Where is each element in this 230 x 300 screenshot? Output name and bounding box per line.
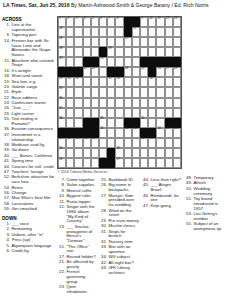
white-cell: 1 (58, 17, 66, 27)
clue-item: 59.Get smashed (2, 207, 55, 212)
white-cell (74, 87, 82, 97)
white-cell (83, 37, 91, 47)
white-cell: 32 (107, 77, 115, 87)
white-cell: 55 (115, 148, 123, 158)
white-cell (156, 138, 164, 148)
down-clue-column-1: 7.Come together8.Salon supplies9.Mineral… (57, 178, 97, 295)
white-cell (165, 148, 173, 158)
cell-number: 27 (166, 68, 169, 71)
white-cell (99, 148, 107, 158)
clue-number: 52. (2, 175, 12, 185)
cell-number: 40 (141, 118, 144, 121)
white-cell: 6 (99, 17, 107, 27)
white-cell (115, 87, 123, 97)
clue-item: 21.Be affected by gravity (57, 260, 97, 270)
clue-item: 12.Singer with the 1984 album "My Kind o… (57, 205, 97, 224)
white-cell: 40 (140, 118, 148, 128)
page-title: LA Times, Sat, Jun 25, 2016 By Martin As… (3, 3, 228, 9)
clue-number: 15. (57, 245, 67, 255)
clue-text: "The Office" star (67, 245, 98, 255)
white-cell (91, 47, 99, 57)
white-cell (115, 37, 123, 47)
clue-text: Word on the street (109, 209, 140, 219)
white-cell: 30 (66, 77, 74, 87)
clue-text: Qom inhabitants (67, 285, 98, 295)
white-cell (132, 138, 140, 148)
white-cell (99, 67, 107, 77)
clue-item: 6.Credit fig. (2, 249, 55, 254)
black-cell (66, 67, 74, 77)
white-cell (99, 87, 107, 97)
white-cell (165, 37, 173, 47)
white-cell (66, 47, 74, 57)
cell-number: 57 (117, 159, 120, 162)
clue-item: 53.Lou Gehrig's number (184, 212, 228, 222)
white-cell (124, 138, 132, 148)
white-cell (124, 47, 132, 57)
clue-number: 55. (184, 222, 194, 232)
white-cell: 28 (173, 67, 181, 77)
white-cell: 13 (173, 17, 181, 27)
clue-text: Line at the supermarket (12, 23, 56, 33)
white-cell (165, 27, 173, 37)
white-cell: 4 (83, 17, 91, 27)
white-cell (173, 27, 181, 37)
white-cell (132, 67, 140, 77)
clue-text: Get smashed (12, 207, 56, 212)
white-cell: 12 (165, 17, 173, 27)
white-cell (91, 77, 99, 87)
white-cell (83, 87, 91, 97)
black-cell (107, 148, 115, 158)
clue-text: French governing group (67, 270, 98, 284)
cell-number: 25 (141, 68, 144, 71)
white-cell (140, 98, 148, 108)
clue-text: Be affected by gravity (67, 260, 98, 270)
white-cell (115, 108, 123, 118)
white-cell: 50 (83, 138, 91, 148)
white-cell: 31 (74, 77, 82, 87)
white-cell (165, 138, 173, 148)
clue-item: 55.Subject of an anonymous tip (184, 222, 228, 232)
clue-item: 52.Berkshire attraction for race fans (2, 175, 55, 185)
white-cell (132, 108, 140, 118)
clue-number: 37. (2, 133, 12, 143)
white-cell (107, 128, 115, 138)
clue-number: 26. (99, 183, 109, 193)
black-cell (83, 118, 91, 128)
clue-number: 46. (141, 194, 151, 204)
white-cell (66, 98, 74, 108)
cell-number: 4 (84, 18, 86, 21)
clue-number: 12. (57, 205, 67, 224)
black-cell (99, 47, 107, 57)
black-cell (148, 57, 156, 67)
clue-text: Aleichem who created Tevye (12, 59, 56, 69)
white-cell (66, 27, 74, 37)
white-cell (173, 47, 181, 57)
clue-item: 15.Aleichem who created Tevye (2, 59, 55, 69)
cell-number: 8 (117, 18, 119, 21)
clue-item: 33.Bite with an aperitivo (99, 245, 139, 255)
clue-text: Credit fig. (12, 249, 56, 254)
black-cell (74, 67, 82, 77)
clue-number: 59. (2, 207, 12, 212)
copyright-line: © 2016 Tribune Media Services (57, 170, 107, 174)
white-cell: 46 (173, 128, 181, 138)
black-cell (91, 57, 99, 67)
white-cell (165, 87, 173, 97)
black-cell (124, 17, 132, 27)
cell-number: 23 (92, 68, 95, 71)
white-cell (66, 118, 74, 128)
white-cell (148, 98, 156, 108)
white-cell (124, 98, 132, 108)
white-cell (156, 47, 164, 57)
cell-number: 28 (174, 68, 177, 71)
white-cell (173, 138, 181, 148)
white-cell: 38 (58, 118, 66, 128)
white-cell (83, 108, 91, 118)
white-cell (156, 27, 164, 37)
white-cell (91, 148, 99, 158)
white-cell (115, 47, 123, 57)
down-clue-list-0: 1.___ voce2.Remaining3.Unborn, after "in… (2, 222, 55, 254)
white-cell (107, 27, 115, 37)
white-cell: 11 (156, 17, 164, 27)
cell-number: 39 (100, 118, 103, 121)
white-cell: 17 (124, 37, 132, 47)
white-cell (66, 148, 74, 158)
white-cell: 43 (132, 128, 140, 138)
white-cell (140, 27, 148, 37)
white-cell (156, 98, 164, 108)
white-cell (132, 158, 140, 168)
white-cell (91, 27, 99, 37)
clue-item: 51.Toy brand introduced in 1957 (184, 197, 228, 211)
white-cell (148, 108, 156, 118)
white-cell: 24 (124, 67, 132, 77)
cell-number: 48 (67, 138, 70, 141)
clue-item: 43.JFK Library architect (99, 266, 139, 276)
white-cell (165, 47, 173, 57)
white-cell (148, 158, 156, 168)
white-cell (99, 27, 107, 37)
title-byline: By Martin Ashwood-Smith & George Barany … (70, 2, 209, 8)
black-cell (91, 118, 99, 128)
clue-text: Rembrandt, for one (151, 194, 182, 204)
white-cell (74, 57, 82, 67)
white-cell: 54 (58, 148, 66, 158)
cell-number: 1 (59, 18, 61, 21)
white-cell (132, 37, 140, 47)
white-cell: 22 (83, 67, 91, 77)
cell-number: 29 (59, 78, 62, 81)
white-cell (173, 77, 181, 87)
white-cell (74, 27, 82, 37)
white-cell: 48 (66, 138, 74, 148)
white-cell (132, 87, 140, 97)
white-cell: 53 (148, 138, 156, 148)
title-date: LA Times, Sat, Jun 25, 2016 (3, 2, 70, 8)
white-cell: 21 (99, 57, 107, 67)
cell-number: 49 (76, 138, 79, 141)
white-cell (99, 37, 107, 47)
white-cell (148, 148, 156, 158)
black-cell (107, 158, 115, 168)
white-cell: 2 (66, 17, 74, 27)
clue-number: 21. (57, 260, 67, 270)
cell-number: 7 (108, 18, 110, 21)
cell-number: 43 (133, 128, 136, 131)
black-cell (140, 57, 148, 67)
across-clue-list: 1.Line at the supermarket9.Tapering part… (2, 23, 55, 212)
white-cell (66, 87, 74, 97)
clue-number: 53. (184, 212, 194, 222)
cell-number: 51 (92, 138, 95, 141)
white-cell: 19 (107, 47, 115, 57)
cell-number: 10 (149, 18, 152, 21)
cell-number: 26 (158, 68, 161, 71)
white-cell: 14 (58, 27, 66, 37)
clue-item: 47.Kept going (141, 204, 181, 209)
clue-number: 1. (2, 23, 12, 33)
white-cell (124, 148, 132, 158)
white-cell: 57 (115, 158, 123, 168)
cell-number: 50 (84, 138, 87, 141)
clue-item: 50.Wedding ceremony (184, 187, 228, 197)
white-cell (74, 98, 82, 108)
white-cell (66, 37, 74, 47)
white-cell: 45 (165, 128, 173, 138)
clue-item: 46.Rembrandt, for one (141, 194, 181, 204)
white-cell (140, 148, 148, 158)
white-cell (156, 148, 164, 158)
black-cell (156, 57, 164, 67)
white-cell (156, 158, 164, 168)
clue-item: 22.French governing group (57, 270, 97, 284)
clue-item: 26.Big name in backpacks (99, 183, 139, 193)
white-cell (140, 77, 148, 87)
cell-number: 12 (166, 18, 169, 21)
white-cell (115, 128, 123, 138)
white-cell (107, 118, 115, 128)
across-clue-column: ACROSS 1.Line at the supermarket9.Taperi… (2, 17, 55, 254)
clue-number: 33. (99, 245, 109, 255)
cell-number: 16 (59, 38, 62, 41)
black-cell (115, 67, 123, 77)
white-cell (74, 158, 82, 168)
white-cell (107, 138, 115, 148)
white-cell (148, 37, 156, 47)
clue-text: ___ Sinclair, protagonist of Hesse's "De… (67, 225, 98, 244)
white-cell (91, 108, 99, 118)
clue-number: 51. (184, 197, 194, 211)
clue-number: 27. (99, 194, 109, 208)
white-cell (148, 87, 156, 97)
white-cell: 44 (156, 128, 164, 138)
clue-text: Marryin' Sam presided over his wedding (109, 194, 140, 208)
white-cell (165, 158, 173, 168)
white-cell (156, 77, 164, 87)
white-cell (99, 138, 107, 148)
white-cell (74, 148, 82, 158)
clue-text: Singer with the 1984 album "My Kind of C… (67, 205, 98, 224)
cell-number: 19 (108, 48, 111, 51)
cell-number: 34 (149, 78, 152, 81)
clue-item: 14.Freezer bar with Sir Isaac Lime and A… (2, 39, 55, 58)
clue-text: Wedding ceremony (194, 187, 229, 197)
clue-text: Freezer bar with Sir Isaac Lime and Alex… (12, 39, 56, 58)
cell-number: 17 (125, 38, 128, 41)
white-cell: 27 (165, 67, 173, 77)
clue-item: 13.___ Sinclair, protagonist of Hesse's … (57, 225, 97, 244)
white-cell (132, 77, 140, 87)
white-cell (83, 27, 91, 37)
clue-item: 27.Marryin' Sam presided over his weddin… (99, 194, 139, 208)
white-cell: 3 (74, 17, 82, 27)
white-cell (115, 27, 123, 37)
clue-item: 31.Strips for brunch (99, 230, 139, 240)
white-cell (66, 108, 74, 118)
white-cell (83, 77, 91, 87)
clue-item: 37.Investment in a relationship (2, 133, 55, 143)
clue-text: Bite with an aperitivo (109, 245, 140, 255)
white-cell (140, 47, 148, 57)
white-cell (107, 57, 115, 67)
white-cell (124, 108, 132, 118)
white-cell (165, 98, 173, 108)
cell-number: 9 (141, 18, 143, 21)
cell-number: 46 (174, 128, 177, 131)
cell-number: 15 (133, 28, 136, 31)
cell-number: 6 (100, 18, 102, 21)
white-cell: 15 (132, 27, 140, 37)
cell-number: 36 (59, 98, 62, 101)
white-cell (107, 98, 115, 108)
white-cell (115, 98, 123, 108)
white-cell (165, 108, 173, 118)
cell-number: 18 (59, 48, 62, 51)
clue-text: Text ending in Panama? (12, 117, 56, 127)
white-cell: 51 (91, 138, 99, 148)
white-cell: 26 (156, 67, 164, 77)
white-cell (156, 87, 164, 97)
cell-number: 20 (59, 58, 62, 61)
black-cell (107, 67, 115, 77)
clue-number: 22. (57, 270, 67, 284)
clue-number: 35. (2, 117, 12, 127)
white-cell (148, 27, 156, 37)
cell-number: 31 (76, 78, 79, 81)
white-cell: 9 (140, 17, 148, 27)
black-cell (165, 57, 173, 67)
black-cell (83, 57, 91, 67)
white-cell (83, 158, 91, 168)
white-cell: 20 (58, 57, 66, 67)
cell-number: 41 (100, 128, 103, 131)
cell-number: 14 (59, 28, 62, 31)
cell-number: 52 (141, 138, 144, 141)
down-clue-column-3: 44.Less than right?45.___ Alegre, Brazil… (141, 178, 181, 209)
white-cell (115, 118, 123, 128)
white-cell: 34 (148, 77, 156, 87)
white-cell (148, 47, 156, 57)
clue-item: 45.___ Alegre, Brazil (141, 183, 181, 193)
white-cell: 25 (140, 67, 148, 77)
white-cell (124, 57, 132, 67)
clue-item: 15."The Office" star (57, 245, 97, 255)
white-cell (173, 37, 181, 47)
clue-text: Subject of an anonymous tip (194, 222, 229, 232)
white-cell (148, 118, 156, 128)
cell-number: 53 (149, 138, 152, 141)
cell-number: 5 (92, 18, 94, 21)
down-clue-column-2: 25.Bankbook ID26.Big name in backpacks27… (99, 178, 139, 276)
white-cell: 8 (115, 17, 123, 27)
clue-text: Toy brand introduced in 1957 (194, 197, 229, 211)
white-cell: 52 (140, 138, 148, 148)
cell-number: 33 (117, 78, 120, 81)
white-cell (74, 37, 82, 47)
white-cell (173, 87, 181, 97)
clue-item: 1.Line at the supermarket (2, 23, 55, 33)
crossword-grid: 1234567891011121314151617181920212223242… (57, 16, 182, 169)
black-cell (132, 17, 140, 27)
black-cell (58, 67, 66, 77)
white-cell (107, 37, 115, 47)
white-cell: 7 (107, 17, 115, 27)
white-cell (132, 57, 140, 67)
white-cell (173, 158, 181, 168)
white-cell: 5 (91, 17, 99, 27)
clue-text: Kept going (151, 204, 182, 209)
white-cell (124, 158, 132, 168)
white-cell (74, 118, 82, 128)
white-cell (124, 87, 132, 97)
white-cell (99, 77, 107, 87)
cell-number: 45 (166, 128, 169, 131)
white-cell (91, 98, 99, 108)
white-cell: 23 (91, 67, 99, 77)
clue-number: 45. (141, 183, 151, 193)
cell-number: 32 (108, 78, 111, 81)
black-cell (173, 57, 181, 67)
cell-number: 3 (76, 18, 78, 21)
white-cell (140, 158, 148, 168)
down-clue-column-4: 48.Temporary49.Afresh50.Wedding ceremony… (184, 176, 228, 232)
clue-text: Investment in a relationship (12, 133, 56, 143)
white-cell (66, 57, 74, 67)
white-cell (91, 158, 99, 168)
white-cell: 18 (58, 47, 66, 57)
cell-number: 47 (59, 138, 62, 141)
clue-item: 28.Word on the street (99, 209, 139, 219)
white-cell (132, 148, 140, 158)
white-cell (156, 37, 164, 47)
black-cell (148, 67, 156, 77)
clue-number: 14. (2, 39, 12, 58)
white-cell: 33 (115, 77, 123, 87)
white-cell: 29 (58, 77, 66, 87)
white-cell (83, 47, 91, 57)
cell-number: 54 (59, 148, 62, 151)
white-cell (74, 108, 82, 118)
clue-number: 6. (2, 249, 12, 254)
white-cell (173, 148, 181, 158)
cell-number: 42 (125, 128, 128, 131)
white-cell (66, 158, 74, 168)
